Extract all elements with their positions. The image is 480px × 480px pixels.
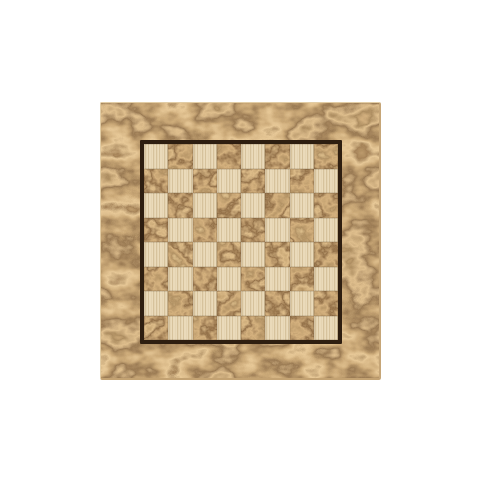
square-e7[interactable] — [241, 169, 265, 194]
square-d3[interactable] — [217, 267, 241, 292]
square-d7[interactable] — [217, 169, 241, 194]
square-a7[interactable] — [144, 169, 168, 194]
square-e3[interactable] — [241, 267, 265, 292]
square-f1[interactable] — [265, 316, 289, 341]
square-c6[interactable] — [193, 193, 217, 218]
square-f7[interactable] — [265, 169, 289, 194]
page-background — [0, 0, 480, 480]
square-h5[interactable] — [314, 218, 338, 243]
square-a6[interactable] — [144, 193, 168, 218]
square-h6[interactable] — [314, 193, 338, 218]
square-a5[interactable] — [144, 218, 168, 243]
square-g7[interactable] — [290, 169, 314, 194]
square-c8[interactable] — [193, 144, 217, 169]
square-e5[interactable] — [241, 218, 265, 243]
square-h3[interactable] — [314, 267, 338, 292]
square-a3[interactable] — [144, 267, 168, 292]
square-b2[interactable] — [168, 291, 192, 316]
square-f5[interactable] — [265, 218, 289, 243]
square-h7[interactable] — [314, 169, 338, 194]
square-h1[interactable] — [314, 316, 338, 341]
square-g6[interactable] — [290, 193, 314, 218]
square-d6[interactable] — [217, 193, 241, 218]
square-g8[interactable] — [290, 144, 314, 169]
square-b4[interactable] — [168, 242, 192, 267]
square-f6[interactable] — [265, 193, 289, 218]
square-h4[interactable] — [314, 242, 338, 267]
square-a2[interactable] — [144, 291, 168, 316]
square-a4[interactable] — [144, 242, 168, 267]
square-b1[interactable] — [168, 316, 192, 341]
square-c3[interactable] — [193, 267, 217, 292]
square-b8[interactable] — [168, 144, 192, 169]
square-g1[interactable] — [290, 316, 314, 341]
square-g5[interactable] — [290, 218, 314, 243]
square-e6[interactable] — [241, 193, 265, 218]
square-d4[interactable] — [217, 242, 241, 267]
square-d5[interactable] — [217, 218, 241, 243]
square-b5[interactable] — [168, 218, 192, 243]
square-c4[interactable] — [193, 242, 217, 267]
square-g4[interactable] — [290, 242, 314, 267]
square-e1[interactable] — [241, 316, 265, 341]
square-f4[interactable] — [265, 242, 289, 267]
square-f3[interactable] — [265, 267, 289, 292]
square-b6[interactable] — [168, 193, 192, 218]
square-e2[interactable] — [241, 291, 265, 316]
square-h8[interactable] — [314, 144, 338, 169]
square-d2[interactable] — [217, 291, 241, 316]
square-h2[interactable] — [314, 291, 338, 316]
square-e8[interactable] — [241, 144, 265, 169]
inner-border-inlay — [140, 140, 342, 344]
square-d8[interactable] — [217, 144, 241, 169]
square-c7[interactable] — [193, 169, 217, 194]
square-g3[interactable] — [290, 267, 314, 292]
square-f2[interactable] — [265, 291, 289, 316]
square-b3[interactable] — [168, 267, 192, 292]
square-f8[interactable] — [265, 144, 289, 169]
square-a1[interactable] — [144, 316, 168, 341]
square-d1[interactable] — [217, 316, 241, 341]
square-c2[interactable] — [193, 291, 217, 316]
board-grid — [144, 144, 338, 340]
square-c5[interactable] — [193, 218, 217, 243]
chess-board — [100, 102, 381, 380]
square-a8[interactable] — [144, 144, 168, 169]
square-b7[interactable] — [168, 169, 192, 194]
square-c1[interactable] — [193, 316, 217, 341]
square-g2[interactable] — [290, 291, 314, 316]
square-e4[interactable] — [241, 242, 265, 267]
